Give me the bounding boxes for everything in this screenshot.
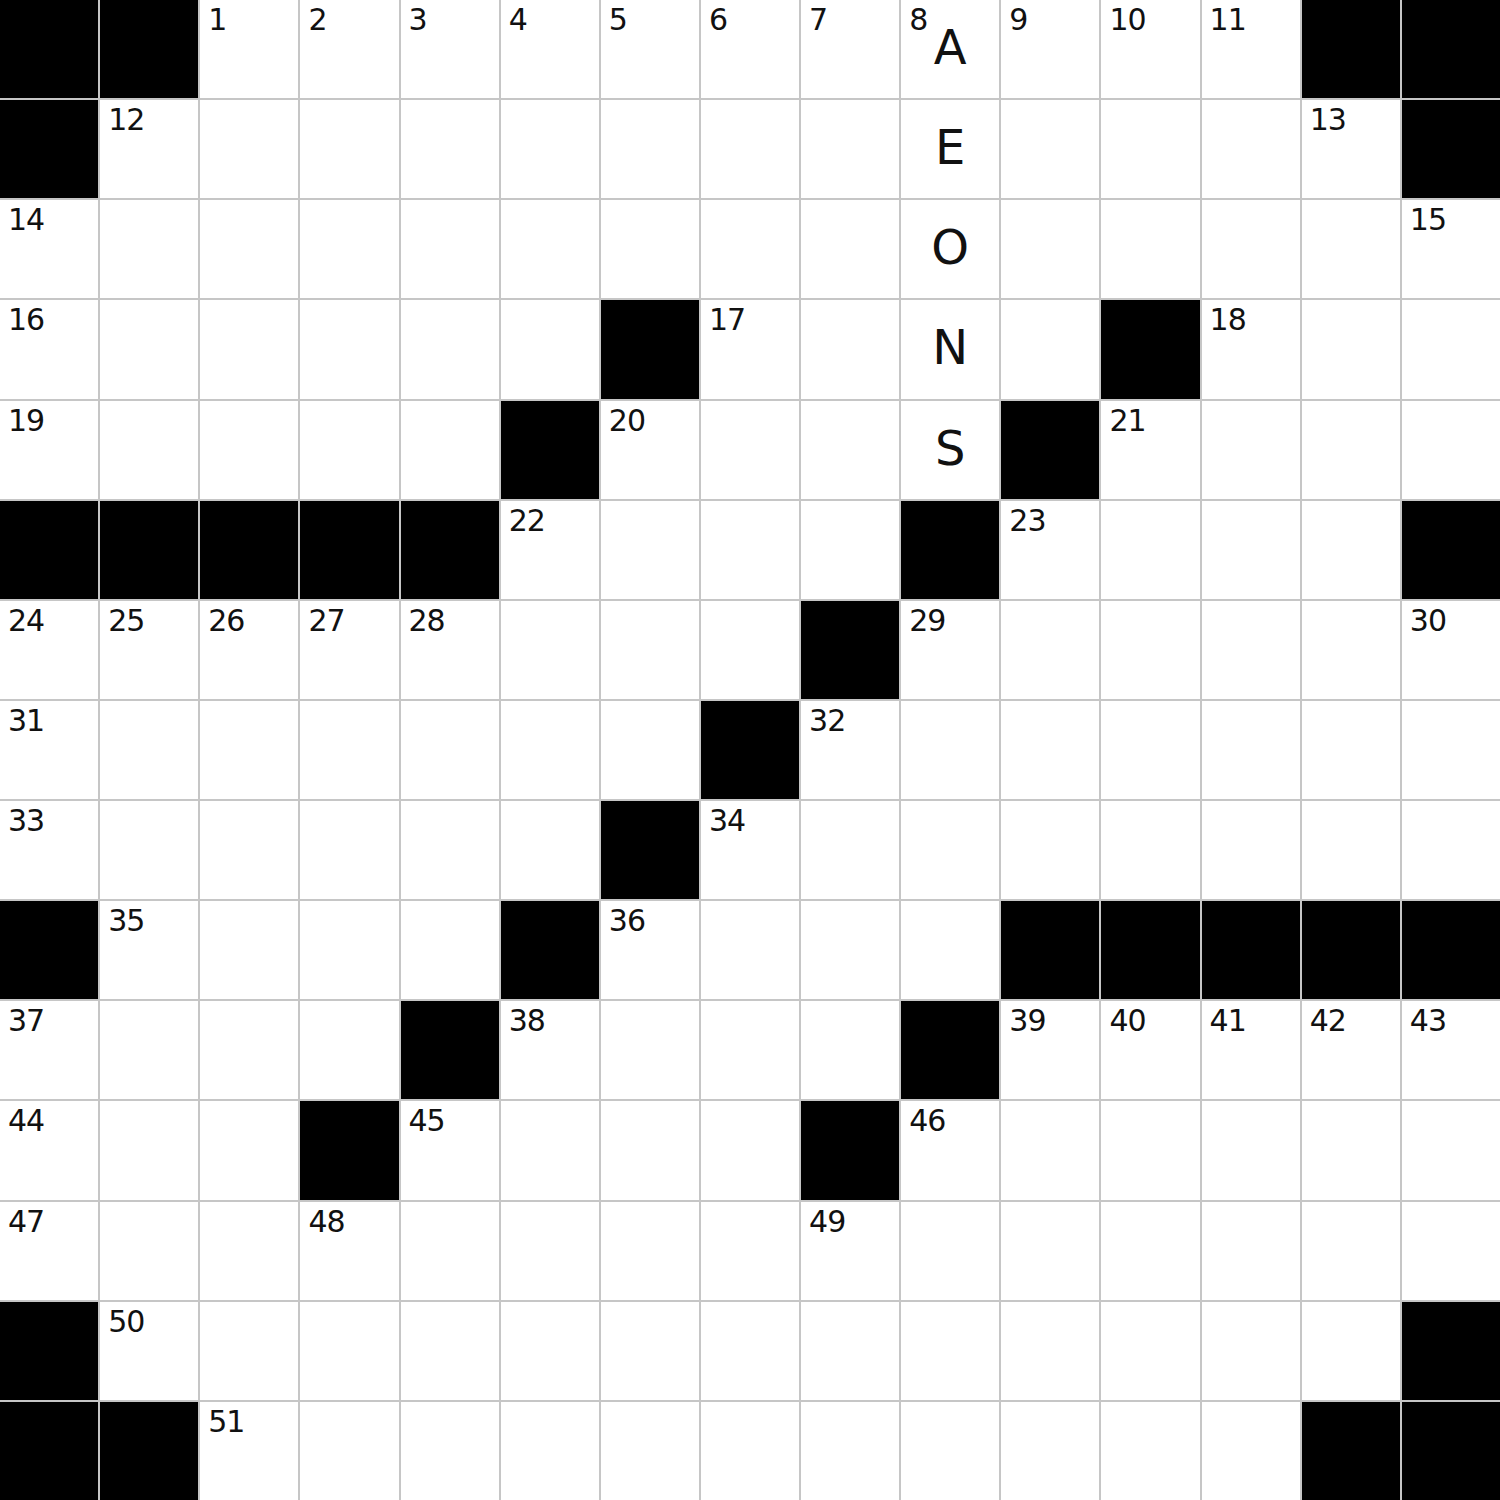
cell-7-10[interactable] bbox=[1001, 701, 1099, 799]
cell-0-6[interactable]: 5 bbox=[601, 0, 699, 98]
cell-2-1[interactable] bbox=[100, 200, 198, 298]
cell-3-13[interactable] bbox=[1302, 300, 1400, 398]
cell-2-2[interactable] bbox=[200, 200, 298, 298]
cell-4-8[interactable] bbox=[801, 401, 899, 499]
cell-2-10[interactable] bbox=[1001, 200, 1099, 298]
cell-7-4[interactable] bbox=[401, 701, 499, 799]
cell-11-13[interactable] bbox=[1302, 1101, 1400, 1199]
cell-10-6[interactable] bbox=[601, 1001, 699, 1099]
cell-9-11 bbox=[1101, 901, 1199, 999]
cell-0-4[interactable]: 3 bbox=[401, 0, 499, 98]
cell-4-12[interactable] bbox=[1202, 401, 1300, 499]
clue-number: 8 bbox=[909, 3, 927, 36]
cell-3-1[interactable] bbox=[100, 300, 198, 398]
cell-4-10 bbox=[1001, 401, 1099, 499]
fill-letter: O bbox=[931, 219, 969, 275]
cell-5-12[interactable] bbox=[1202, 501, 1300, 599]
clue-number: 30 bbox=[1410, 604, 1446, 637]
cell-13-2[interactable] bbox=[200, 1302, 298, 1400]
cell-14-1 bbox=[100, 1402, 198, 1500]
clue-number: 5 bbox=[609, 3, 627, 36]
cell-11-5[interactable] bbox=[501, 1101, 599, 1199]
cell-3-10[interactable] bbox=[1001, 300, 1099, 398]
cell-4-0[interactable]: 19 bbox=[0, 401, 98, 499]
cell-12-0[interactable]: 47 bbox=[0, 1202, 98, 1300]
cell-11-0[interactable]: 44 bbox=[0, 1101, 98, 1199]
cell-10-3[interactable] bbox=[300, 1001, 398, 1099]
cell-13-1[interactable]: 50 bbox=[100, 1302, 198, 1400]
cell-3-8[interactable] bbox=[801, 300, 899, 398]
cell-2-9[interactable]: O bbox=[901, 200, 999, 298]
cell-14-8[interactable] bbox=[801, 1402, 899, 1500]
cell-6-2[interactable]: 26 bbox=[200, 601, 298, 699]
cell-14-12[interactable] bbox=[1202, 1402, 1300, 1500]
cell-10-0[interactable]: 37 bbox=[0, 1001, 98, 1099]
cell-6-12[interactable] bbox=[1202, 601, 1300, 699]
clue-number: 29 bbox=[909, 604, 945, 637]
clue-number: 1 bbox=[208, 3, 226, 36]
cell-1-10[interactable] bbox=[1001, 100, 1099, 198]
cell-11-11[interactable] bbox=[1101, 1101, 1199, 1199]
cell-6-0[interactable]: 24 bbox=[0, 601, 98, 699]
clue-number: 46 bbox=[909, 1104, 945, 1137]
cell-0-3[interactable]: 2 bbox=[300, 0, 398, 98]
cell-14-10[interactable] bbox=[1001, 1402, 1099, 1500]
cell-8-6 bbox=[601, 801, 699, 899]
clue-number: 13 bbox=[1310, 103, 1346, 136]
clue-number: 36 bbox=[609, 904, 645, 937]
cell-8-3[interactable] bbox=[300, 801, 398, 899]
cell-4-1[interactable] bbox=[100, 401, 198, 499]
clue-number: 15 bbox=[1410, 203, 1446, 236]
cell-7-11[interactable] bbox=[1101, 701, 1199, 799]
cell-5-2 bbox=[200, 501, 298, 599]
cell-8-2[interactable] bbox=[200, 801, 298, 899]
clue-number: 28 bbox=[409, 604, 445, 637]
cell-6-1[interactable]: 25 bbox=[100, 601, 198, 699]
cell-3-5[interactable] bbox=[501, 300, 599, 398]
clue-number: 27 bbox=[308, 604, 344, 637]
clue-number: 3 bbox=[409, 3, 427, 36]
clue-number: 43 bbox=[1410, 1004, 1446, 1037]
cell-4-6[interactable]: 20 bbox=[601, 401, 699, 499]
cell-9-4[interactable] bbox=[401, 901, 499, 999]
cell-2-3[interactable] bbox=[300, 200, 398, 298]
cell-4-5 bbox=[501, 401, 599, 499]
cell-1-9[interactable]: E bbox=[901, 100, 999, 198]
cell-14-0 bbox=[0, 1402, 98, 1500]
cell-5-14 bbox=[1402, 501, 1500, 599]
cell-11-12[interactable] bbox=[1202, 1101, 1300, 1199]
cell-7-7 bbox=[701, 701, 799, 799]
cell-3-11 bbox=[1101, 300, 1199, 398]
clue-number: 47 bbox=[8, 1205, 44, 1238]
cell-6-13[interactable] bbox=[1302, 601, 1400, 699]
cell-10-7[interactable] bbox=[701, 1001, 799, 1099]
cell-0-7[interactable]: 6 bbox=[701, 0, 799, 98]
cell-14-2[interactable]: 51 bbox=[200, 1402, 298, 1500]
cell-9-5 bbox=[501, 901, 599, 999]
cell-2-7[interactable] bbox=[701, 200, 799, 298]
fill-letter: S bbox=[935, 420, 965, 476]
cell-9-2[interactable] bbox=[200, 901, 298, 999]
cell-8-13[interactable] bbox=[1302, 801, 1400, 899]
cell-13-3[interactable] bbox=[300, 1302, 398, 1400]
cell-6-8 bbox=[801, 601, 899, 699]
clue-number: 12 bbox=[108, 103, 144, 136]
clue-number: 32 bbox=[809, 704, 845, 737]
cell-12-1[interactable] bbox=[100, 1202, 198, 1300]
cell-7-0[interactable]: 31 bbox=[0, 701, 98, 799]
cell-6-10[interactable] bbox=[1001, 601, 1099, 699]
cell-9-6[interactable]: 36 bbox=[601, 901, 699, 999]
clue-number: 35 bbox=[108, 904, 144, 937]
cell-0-12[interactable]: 11 bbox=[1202, 0, 1300, 98]
clue-number: 40 bbox=[1109, 1004, 1145, 1037]
clue-number: 51 bbox=[208, 1405, 244, 1438]
cell-14-7[interactable] bbox=[701, 1402, 799, 1500]
cell-10-5[interactable]: 38 bbox=[501, 1001, 599, 1099]
cell-11-2[interactable] bbox=[200, 1101, 298, 1199]
cell-10-2[interactable] bbox=[200, 1001, 298, 1099]
cell-7-9[interactable] bbox=[901, 701, 999, 799]
cell-10-8[interactable] bbox=[801, 1001, 899, 1099]
cell-8-11[interactable] bbox=[1101, 801, 1199, 899]
cell-8-5[interactable] bbox=[501, 801, 599, 899]
cell-1-7[interactable] bbox=[701, 100, 799, 198]
cell-4-7[interactable] bbox=[701, 401, 799, 499]
clue-number: 48 bbox=[308, 1205, 344, 1238]
cell-10-1[interactable] bbox=[100, 1001, 198, 1099]
cell-2-11[interactable] bbox=[1101, 200, 1199, 298]
cell-8-8[interactable] bbox=[801, 801, 899, 899]
cell-3-6 bbox=[601, 300, 699, 398]
cell-3-9[interactable]: N bbox=[901, 300, 999, 398]
cell-3-12[interactable]: 18 bbox=[1202, 300, 1300, 398]
cell-12-3[interactable]: 48 bbox=[300, 1202, 398, 1300]
clue-number: 37 bbox=[8, 1004, 44, 1037]
cell-2-0[interactable]: 14 bbox=[0, 200, 98, 298]
cell-9-8[interactable] bbox=[801, 901, 899, 999]
cell-1-12[interactable] bbox=[1202, 100, 1300, 198]
cell-1-2[interactable] bbox=[200, 100, 298, 198]
cell-13-14 bbox=[1402, 1302, 1500, 1400]
cell-3-4[interactable] bbox=[401, 300, 499, 398]
cell-12-13[interactable] bbox=[1302, 1202, 1400, 1300]
cell-14-13 bbox=[1302, 1402, 1400, 1500]
cell-0-9[interactable]: 8A bbox=[901, 0, 999, 98]
cell-0-11[interactable]: 10 bbox=[1101, 0, 1199, 98]
clue-number: 44 bbox=[8, 1104, 44, 1137]
cell-8-12[interactable] bbox=[1202, 801, 1300, 899]
cell-9-12 bbox=[1202, 901, 1300, 999]
cell-14-14 bbox=[1402, 1402, 1500, 1500]
cell-7-6[interactable] bbox=[601, 701, 699, 799]
cell-5-4 bbox=[401, 501, 499, 599]
clue-number: 25 bbox=[108, 604, 144, 637]
cell-13-9[interactable] bbox=[901, 1302, 999, 1400]
clue-number: 18 bbox=[1210, 303, 1246, 336]
cell-5-9 bbox=[901, 501, 999, 599]
clue-number: 11 bbox=[1210, 3, 1246, 36]
cell-14-9[interactable] bbox=[901, 1402, 999, 1500]
cell-1-5[interactable] bbox=[501, 100, 599, 198]
cell-8-9[interactable] bbox=[901, 801, 999, 899]
cell-6-9[interactable]: 29 bbox=[901, 601, 999, 699]
cell-0-0 bbox=[0, 0, 98, 98]
cell-2-4[interactable] bbox=[401, 200, 499, 298]
cell-7-2[interactable] bbox=[200, 701, 298, 799]
cell-10-14[interactable]: 43 bbox=[1402, 1001, 1500, 1099]
cell-9-13 bbox=[1302, 901, 1400, 999]
cell-5-1 bbox=[100, 501, 198, 599]
cell-1-3[interactable] bbox=[300, 100, 398, 198]
clue-number: 14 bbox=[8, 203, 44, 236]
cell-1-4[interactable] bbox=[401, 100, 499, 198]
cell-7-8[interactable]: 32 bbox=[801, 701, 899, 799]
cell-14-11[interactable] bbox=[1101, 1402, 1199, 1500]
cell-4-3[interactable] bbox=[300, 401, 398, 499]
cell-6-4[interactable]: 28 bbox=[401, 601, 499, 699]
cell-8-14[interactable] bbox=[1402, 801, 1500, 899]
clue-number: 42 bbox=[1310, 1004, 1346, 1037]
clue-number: 38 bbox=[509, 1004, 545, 1037]
cell-2-5[interactable] bbox=[501, 200, 599, 298]
cell-1-13[interactable]: 13 bbox=[1302, 100, 1400, 198]
cell-12-7[interactable] bbox=[701, 1202, 799, 1300]
clue-number: 16 bbox=[8, 303, 44, 336]
clue-number: 22 bbox=[509, 504, 545, 537]
cell-10-12[interactable]: 41 bbox=[1202, 1001, 1300, 1099]
cell-14-4[interactable] bbox=[401, 1402, 499, 1500]
cell-0-8[interactable]: 7 bbox=[801, 0, 899, 98]
cell-9-1[interactable]: 35 bbox=[100, 901, 198, 999]
cell-3-7[interactable]: 17 bbox=[701, 300, 799, 398]
cell-1-14 bbox=[1402, 100, 1500, 198]
cell-6-14[interactable]: 30 bbox=[1402, 601, 1500, 699]
cell-7-13[interactable] bbox=[1302, 701, 1400, 799]
cell-13-4[interactable] bbox=[401, 1302, 499, 1400]
cell-2-14[interactable]: 15 bbox=[1402, 200, 1500, 298]
cell-8-10[interactable] bbox=[1001, 801, 1099, 899]
cell-0-2[interactable]: 1 bbox=[200, 0, 298, 98]
cell-6-6[interactable] bbox=[601, 601, 699, 699]
clue-number: 24 bbox=[8, 604, 44, 637]
cell-2-6[interactable] bbox=[601, 200, 699, 298]
clue-number: 4 bbox=[509, 3, 527, 36]
cell-9-9[interactable] bbox=[901, 901, 999, 999]
cell-2-13[interactable] bbox=[1302, 200, 1400, 298]
cell-13-8[interactable] bbox=[801, 1302, 899, 1400]
cell-7-1[interactable] bbox=[100, 701, 198, 799]
clue-number: 31 bbox=[8, 704, 44, 737]
clue-number: 41 bbox=[1210, 1004, 1246, 1037]
cell-7-3[interactable] bbox=[300, 701, 398, 799]
cell-0-5[interactable]: 4 bbox=[501, 0, 599, 98]
cell-12-9[interactable] bbox=[901, 1202, 999, 1300]
cell-1-8[interactable] bbox=[801, 100, 899, 198]
cell-1-1[interactable]: 12 bbox=[100, 100, 198, 198]
cell-11-6[interactable] bbox=[601, 1101, 699, 1199]
cell-1-6[interactable] bbox=[601, 100, 699, 198]
cell-5-3 bbox=[300, 501, 398, 599]
cell-4-14[interactable] bbox=[1402, 401, 1500, 499]
fill-letter: E bbox=[935, 119, 965, 175]
cell-3-14[interactable] bbox=[1402, 300, 1500, 398]
cell-6-11[interactable] bbox=[1101, 601, 1199, 699]
clue-number: 10 bbox=[1109, 3, 1145, 36]
cell-3-3[interactable] bbox=[300, 300, 398, 398]
clue-number: 21 bbox=[1109, 404, 1145, 437]
cell-5-10[interactable]: 23 bbox=[1001, 501, 1099, 599]
cell-7-5[interactable] bbox=[501, 701, 599, 799]
cell-4-2[interactable] bbox=[200, 401, 298, 499]
clue-number: 26 bbox=[208, 604, 244, 637]
cell-11-8 bbox=[801, 1101, 899, 1199]
cell-11-9[interactable]: 46 bbox=[901, 1101, 999, 1199]
cell-12-4[interactable] bbox=[401, 1202, 499, 1300]
cell-4-9[interactable]: S bbox=[901, 401, 999, 499]
cell-9-7[interactable] bbox=[701, 901, 799, 999]
cell-12-5[interactable] bbox=[501, 1202, 599, 1300]
clue-number: 20 bbox=[609, 404, 645, 437]
cell-1-0 bbox=[0, 100, 98, 198]
cell-2-12[interactable] bbox=[1202, 200, 1300, 298]
cell-13-7[interactable] bbox=[701, 1302, 799, 1400]
cell-3-2[interactable] bbox=[200, 300, 298, 398]
cell-9-10 bbox=[1001, 901, 1099, 999]
cell-12-14[interactable] bbox=[1402, 1202, 1500, 1300]
cell-13-0 bbox=[0, 1302, 98, 1400]
cell-9-14 bbox=[1402, 901, 1500, 999]
cell-3-0[interactable]: 16 bbox=[0, 300, 98, 398]
cell-8-0[interactable]: 33 bbox=[0, 801, 98, 899]
cell-12-8[interactable]: 49 bbox=[801, 1202, 899, 1300]
clue-number: 45 bbox=[409, 1104, 445, 1137]
cell-14-3[interactable] bbox=[300, 1402, 398, 1500]
cell-5-5[interactable]: 22 bbox=[501, 501, 599, 599]
cell-5-11[interactable] bbox=[1101, 501, 1199, 599]
cell-6-5[interactable] bbox=[501, 601, 599, 699]
cell-6-7[interactable] bbox=[701, 601, 799, 699]
cell-13-11[interactable] bbox=[1101, 1302, 1199, 1400]
cell-10-10[interactable]: 39 bbox=[1001, 1001, 1099, 1099]
clue-number: 19 bbox=[8, 404, 44, 437]
cell-7-14[interactable] bbox=[1402, 701, 1500, 799]
cell-1-11[interactable] bbox=[1101, 100, 1199, 198]
cell-13-13[interactable] bbox=[1302, 1302, 1400, 1400]
cell-11-10[interactable] bbox=[1001, 1101, 1099, 1199]
cell-0-14 bbox=[1402, 0, 1500, 98]
cell-0-13 bbox=[1302, 0, 1400, 98]
cell-2-8[interactable] bbox=[801, 200, 899, 298]
cell-5-13[interactable] bbox=[1302, 501, 1400, 599]
cell-10-9 bbox=[901, 1001, 999, 1099]
cell-10-4 bbox=[401, 1001, 499, 1099]
cell-12-12[interactable] bbox=[1202, 1202, 1300, 1300]
cell-12-10[interactable] bbox=[1001, 1202, 1099, 1300]
cell-4-11[interactable]: 21 bbox=[1101, 401, 1199, 499]
cell-13-5[interactable] bbox=[501, 1302, 599, 1400]
cell-6-3[interactable]: 27 bbox=[300, 601, 398, 699]
cell-5-7[interactable] bbox=[701, 501, 799, 599]
clue-number: 2 bbox=[308, 3, 326, 36]
cell-13-12[interactable] bbox=[1202, 1302, 1300, 1400]
cell-11-1[interactable] bbox=[100, 1101, 198, 1199]
clue-number: 33 bbox=[8, 804, 44, 837]
clue-number: 6 bbox=[709, 3, 727, 36]
cell-5-0 bbox=[0, 501, 98, 599]
cell-13-6[interactable] bbox=[601, 1302, 699, 1400]
cell-11-14[interactable] bbox=[1402, 1101, 1500, 1199]
clue-number: 39 bbox=[1009, 1004, 1045, 1037]
cell-10-11[interactable]: 40 bbox=[1101, 1001, 1199, 1099]
clue-number: 50 bbox=[108, 1305, 144, 1338]
crossword-grid: 12345678A9101112E1314O151617N181920S2122… bbox=[0, 0, 1500, 1500]
cell-8-7[interactable]: 34 bbox=[701, 801, 799, 899]
cell-7-12[interactable] bbox=[1202, 701, 1300, 799]
clue-number: 49 bbox=[809, 1205, 845, 1238]
cell-8-1[interactable] bbox=[100, 801, 198, 899]
clue-number: 34 bbox=[709, 804, 745, 837]
clue-number: 17 bbox=[709, 303, 745, 336]
cell-11-3 bbox=[300, 1101, 398, 1199]
clue-number: 9 bbox=[1009, 3, 1027, 36]
cell-0-10[interactable]: 9 bbox=[1001, 0, 1099, 98]
cell-12-11[interactable] bbox=[1101, 1202, 1199, 1300]
cell-13-10[interactable] bbox=[1001, 1302, 1099, 1400]
fill-letter: A bbox=[934, 19, 967, 75]
cell-11-4[interactable]: 45 bbox=[401, 1101, 499, 1199]
fill-letter: N bbox=[932, 319, 968, 375]
clue-number: 23 bbox=[1009, 504, 1045, 537]
cell-4-4[interactable] bbox=[401, 401, 499, 499]
cell-5-8[interactable] bbox=[801, 501, 899, 599]
cell-9-3[interactable] bbox=[300, 901, 398, 999]
cell-4-13[interactable] bbox=[1302, 401, 1400, 499]
cell-12-2[interactable] bbox=[200, 1202, 298, 1300]
cell-14-5[interactable] bbox=[501, 1402, 599, 1500]
clue-number: 7 bbox=[809, 3, 827, 36]
cell-9-0 bbox=[0, 901, 98, 999]
cell-12-6[interactable] bbox=[601, 1202, 699, 1300]
cell-14-6[interactable] bbox=[601, 1402, 699, 1500]
cell-10-13[interactable]: 42 bbox=[1302, 1001, 1400, 1099]
cell-8-4[interactable] bbox=[401, 801, 499, 899]
cell-5-6[interactable] bbox=[601, 501, 699, 599]
cell-11-7[interactable] bbox=[701, 1101, 799, 1199]
cell-0-1 bbox=[100, 0, 198, 98]
